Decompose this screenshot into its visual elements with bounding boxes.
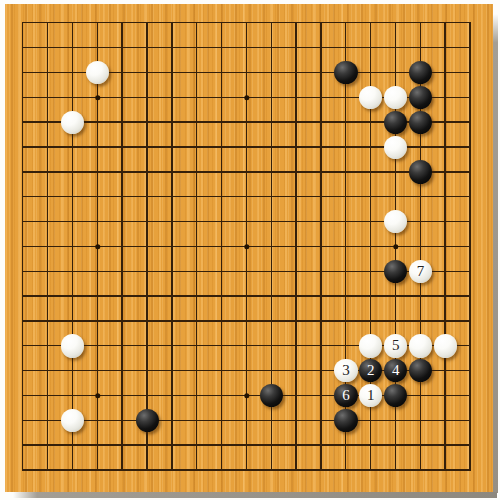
stone-white[interactable] (434, 334, 457, 357)
stone-white[interactable] (384, 136, 407, 159)
stone-white[interactable]: 7 (409, 260, 432, 283)
stone-white[interactable] (61, 409, 84, 432)
stone-white[interactable] (61, 334, 84, 357)
board-shadow-right (493, 14, 498, 493)
stone-white[interactable] (409, 334, 432, 357)
stone-black[interactable] (409, 160, 432, 183)
board-shadow-bottom (13, 492, 497, 498)
move-number-label: 3 (342, 363, 350, 378)
move-number-label: 5 (392, 338, 400, 353)
stone-black[interactable] (384, 384, 407, 407)
move-number-label: 4 (392, 363, 400, 378)
move-number-label: 6 (342, 388, 350, 403)
stone-black[interactable] (409, 111, 432, 134)
stone-black[interactable] (409, 86, 432, 109)
stone-black[interactable] (409, 359, 432, 382)
stone-white[interactable]: 1 (359, 384, 382, 407)
stone-white[interactable]: 3 (334, 359, 357, 382)
stone-white[interactable] (86, 61, 109, 84)
stone-white[interactable] (384, 86, 407, 109)
stone-white[interactable] (359, 86, 382, 109)
stone-white[interactable]: 5 (384, 334, 407, 357)
stone-white[interactable] (359, 334, 382, 357)
go-board-grid[interactable]: 7532461 (11, 11, 483, 483)
move-number-label: 1 (367, 388, 375, 403)
stone-black[interactable] (384, 260, 407, 283)
stone-black[interactable] (384, 111, 407, 134)
go-diagram-page: 7532461 (0, 0, 500, 500)
stone-black[interactable] (409, 61, 432, 84)
stone-white[interactable] (384, 210, 407, 233)
stone-black[interactable]: 6 (334, 384, 357, 407)
stone-white[interactable] (61, 111, 84, 134)
stone-black[interactable]: 2 (359, 359, 382, 382)
stone-black[interactable]: 4 (384, 359, 407, 382)
stone-black[interactable] (334, 61, 357, 84)
move-number-label: 7 (417, 263, 425, 278)
stone-black[interactable] (260, 384, 283, 407)
move-number-label: 2 (367, 363, 375, 378)
stone-black[interactable] (334, 409, 357, 432)
stone-black[interactable] (136, 409, 159, 432)
